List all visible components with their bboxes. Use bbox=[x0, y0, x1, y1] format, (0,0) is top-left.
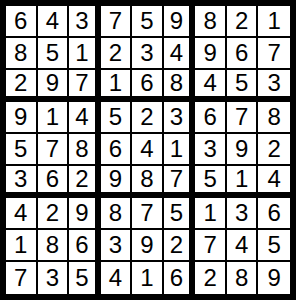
sudoku-cell-r5c7[interactable]: 3 bbox=[195, 134, 227, 166]
sudoku-cell-r2c6[interactable]: 4 bbox=[164, 38, 196, 70]
sudoku-cell-r1c3[interactable]: 3 bbox=[69, 6, 101, 38]
sudoku-cell-r2c3[interactable]: 1 bbox=[69, 38, 101, 70]
sudoku-cell-r7c6[interactable]: 5 bbox=[164, 198, 196, 230]
sudoku-cell-r9c3[interactable]: 5 bbox=[69, 262, 101, 294]
sudoku-cell-r6c8[interactable]: 1 bbox=[227, 166, 259, 198]
sudoku-cell-r1c6[interactable]: 9 bbox=[164, 6, 196, 38]
sudoku-cell-r8c5[interactable]: 9 bbox=[132, 230, 164, 262]
sudoku-cell-r7c7[interactable]: 1 bbox=[195, 198, 227, 230]
sudoku-cell-r4c9[interactable]: 8 bbox=[258, 102, 290, 134]
sudoku-cell-r5c3[interactable]: 8 bbox=[69, 134, 101, 166]
sudoku-cell-r4c8[interactable]: 7 bbox=[227, 102, 259, 134]
sudoku-cell-r9c8[interactable]: 8 bbox=[227, 262, 259, 294]
sudoku-cell-r6c1[interactable]: 3 bbox=[6, 166, 38, 198]
sudoku-cell-r5c8[interactable]: 9 bbox=[227, 134, 259, 166]
sudoku-cell-r7c8[interactable]: 3 bbox=[227, 198, 259, 230]
sudoku-cell-r5c4[interactable]: 6 bbox=[101, 134, 133, 166]
sudoku-cell-r7c4[interactable]: 8 bbox=[101, 198, 133, 230]
sudoku-cell-r3c2[interactable]: 9 bbox=[38, 70, 70, 102]
sudoku-cell-r7c1[interactable]: 4 bbox=[6, 198, 38, 230]
sudoku-cell-r6c2[interactable]: 6 bbox=[38, 166, 70, 198]
sudoku-cell-r4c1[interactable]: 9 bbox=[6, 102, 38, 134]
sudoku-cell-r2c4[interactable]: 2 bbox=[101, 38, 133, 70]
sudoku-cell-r4c7[interactable]: 6 bbox=[195, 102, 227, 134]
sudoku-cell-r3c5[interactable]: 6 bbox=[132, 70, 164, 102]
sudoku-cell-r2c1[interactable]: 8 bbox=[6, 38, 38, 70]
sudoku-cell-r3c7[interactable]: 4 bbox=[195, 70, 227, 102]
sudoku-cell-r1c8[interactable]: 2 bbox=[227, 6, 259, 38]
sudoku-cell-r8c9[interactable]: 5 bbox=[258, 230, 290, 262]
sudoku-cell-r4c3[interactable]: 4 bbox=[69, 102, 101, 134]
sudoku-board: 6437598218512349672971684539145236785786… bbox=[0, 0, 296, 300]
sudoku-cell-r7c9[interactable]: 6 bbox=[258, 198, 290, 230]
sudoku-cell-r8c6[interactable]: 2 bbox=[164, 230, 196, 262]
sudoku-cell-r2c8[interactable]: 6 bbox=[227, 38, 259, 70]
sudoku-cell-r2c5[interactable]: 3 bbox=[132, 38, 164, 70]
sudoku-cell-r7c5[interactable]: 7 bbox=[132, 198, 164, 230]
sudoku-cell-r2c9[interactable]: 7 bbox=[258, 38, 290, 70]
sudoku-cell-r9c1[interactable]: 7 bbox=[6, 262, 38, 294]
sudoku-cell-r8c2[interactable]: 8 bbox=[38, 230, 70, 262]
sudoku-cell-r3c8[interactable]: 5 bbox=[227, 70, 259, 102]
sudoku-cell-r9c2[interactable]: 3 bbox=[38, 262, 70, 294]
sudoku-cell-r4c6[interactable]: 3 bbox=[164, 102, 196, 134]
sudoku-cell-r4c5[interactable]: 2 bbox=[132, 102, 164, 134]
sudoku-cell-r9c5[interactable]: 1 bbox=[132, 262, 164, 294]
sudoku-cell-r9c4[interactable]: 4 bbox=[101, 262, 133, 294]
sudoku-cell-r5c6[interactable]: 1 bbox=[164, 134, 196, 166]
sudoku-cell-r6c9[interactable]: 4 bbox=[258, 166, 290, 198]
sudoku-cell-r8c3[interactable]: 6 bbox=[69, 230, 101, 262]
sudoku-cell-r6c5[interactable]: 8 bbox=[132, 166, 164, 198]
sudoku-cell-r1c9[interactable]: 1 bbox=[258, 6, 290, 38]
sudoku-cell-r6c7[interactable]: 5 bbox=[195, 166, 227, 198]
sudoku-cell-r5c5[interactable]: 4 bbox=[132, 134, 164, 166]
sudoku-cell-r3c9[interactable]: 3 bbox=[258, 70, 290, 102]
sudoku-cell-r8c7[interactable]: 7 bbox=[195, 230, 227, 262]
sudoku-cell-r1c4[interactable]: 7 bbox=[101, 6, 133, 38]
sudoku-cell-r5c9[interactable]: 2 bbox=[258, 134, 290, 166]
sudoku-cell-r9c7[interactable]: 2 bbox=[195, 262, 227, 294]
sudoku-cell-r4c2[interactable]: 1 bbox=[38, 102, 70, 134]
sudoku-cell-r5c1[interactable]: 5 bbox=[6, 134, 38, 166]
sudoku-cell-r8c4[interactable]: 3 bbox=[101, 230, 133, 262]
sudoku-cell-r2c7[interactable]: 9 bbox=[195, 38, 227, 70]
sudoku-cell-r2c2[interactable]: 5 bbox=[38, 38, 70, 70]
sudoku-cell-r8c1[interactable]: 1 bbox=[6, 230, 38, 262]
sudoku-cell-r9c9[interactable]: 9 bbox=[258, 262, 290, 294]
sudoku-cell-r4c4[interactable]: 5 bbox=[101, 102, 133, 134]
sudoku-cell-r1c5[interactable]: 5 bbox=[132, 6, 164, 38]
sudoku-cell-r3c6[interactable]: 8 bbox=[164, 70, 196, 102]
sudoku-cell-r1c2[interactable]: 4 bbox=[38, 6, 70, 38]
sudoku-cell-r8c8[interactable]: 4 bbox=[227, 230, 259, 262]
sudoku-cell-r6c3[interactable]: 2 bbox=[69, 166, 101, 198]
sudoku-cell-r1c7[interactable]: 8 bbox=[195, 6, 227, 38]
sudoku-cell-r7c3[interactable]: 9 bbox=[69, 198, 101, 230]
sudoku-cell-r9c6[interactable]: 6 bbox=[164, 262, 196, 294]
sudoku-cell-r7c2[interactable]: 2 bbox=[38, 198, 70, 230]
sudoku-cell-r6c4[interactable]: 9 bbox=[101, 166, 133, 198]
sudoku-cell-r1c1[interactable]: 6 bbox=[6, 6, 38, 38]
sudoku-cell-r5c2[interactable]: 7 bbox=[38, 134, 70, 166]
sudoku-cell-r3c4[interactable]: 1 bbox=[101, 70, 133, 102]
sudoku-cell-r3c1[interactable]: 2 bbox=[6, 70, 38, 102]
sudoku-cell-r3c3[interactable]: 7 bbox=[69, 70, 101, 102]
sudoku-cell-r6c6[interactable]: 7 bbox=[164, 166, 196, 198]
